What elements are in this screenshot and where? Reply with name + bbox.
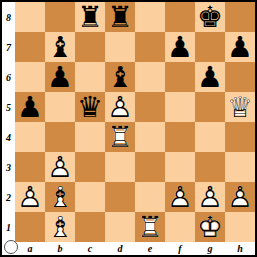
square-h7[interactable]: ♟ — [225, 32, 255, 62]
square-d6[interactable]: ♝ — [105, 62, 135, 92]
square-f8[interactable] — [165, 2, 195, 32]
square-f2[interactable]: ♟♙ — [165, 182, 195, 212]
black-bishop-piece: ♝ — [105, 62, 135, 92]
rank-label-6: 6 — [2, 62, 15, 92]
square-b5[interactable] — [45, 92, 75, 122]
file-label-f: f — [165, 242, 195, 255]
square-e3[interactable] — [135, 152, 165, 182]
file-label-e: e — [135, 242, 165, 255]
square-d2[interactable] — [105, 182, 135, 212]
square-a4[interactable] — [15, 122, 45, 152]
square-b7[interactable]: ♝ — [45, 32, 75, 62]
rank-label-2: 2 — [2, 182, 15, 212]
square-e1[interactable]: ♜♖ — [135, 212, 165, 242]
square-c1[interactable] — [75, 212, 105, 242]
black-pawn-piece: ♟ — [45, 62, 75, 92]
white-king-piece: ♚ — [195, 212, 225, 242]
white-bishop-piece: ♝ — [45, 212, 75, 242]
file-label-a: a — [15, 242, 45, 255]
square-c8[interactable]: ♜ — [75, 2, 105, 32]
square-b8[interactable] — [45, 2, 75, 32]
rank-label-3: 3 — [2, 152, 15, 182]
file-label-h: h — [225, 242, 255, 255]
black-pawn-piece: ♟ — [225, 32, 255, 62]
white-queen-piece: ♛ — [225, 92, 255, 122]
white-bishop-piece: ♝ — [45, 182, 75, 212]
file-label-d: d — [105, 242, 135, 255]
square-h4[interactable] — [225, 122, 255, 152]
square-f3[interactable] — [165, 152, 195, 182]
rank-labels: 87654321 — [2, 2, 15, 242]
square-g2[interactable]: ♟♙ — [195, 182, 225, 212]
square-e6[interactable] — [135, 62, 165, 92]
square-d4[interactable]: ♜♖ — [105, 122, 135, 152]
white-king-piece: ♔ — [195, 212, 225, 242]
square-h8[interactable] — [225, 2, 255, 32]
square-c2[interactable] — [75, 182, 105, 212]
square-c3[interactable] — [75, 152, 105, 182]
square-e4[interactable] — [135, 122, 165, 152]
rank-label-1: 1 — [2, 212, 15, 242]
square-f4[interactable] — [165, 122, 195, 152]
square-d1[interactable] — [105, 212, 135, 242]
square-f1[interactable] — [165, 212, 195, 242]
white-pawn-piece: ♙ — [105, 92, 135, 122]
white-pawn-piece: ♙ — [225, 182, 255, 212]
square-a7[interactable] — [15, 32, 45, 62]
black-rook-piece: ♜ — [75, 2, 105, 32]
square-a1[interactable] — [15, 212, 45, 242]
square-h3[interactable] — [225, 152, 255, 182]
rank-label-7: 7 — [2, 32, 15, 62]
square-f7[interactable]: ♟ — [165, 32, 195, 62]
square-b4[interactable] — [45, 122, 75, 152]
chess-board: ♜♜♚♝♟♟♟♝♟♟♛♟♙♛♕♜♖♟♙♟♙♝♗♟♙♟♙♟♙♝♗♜♖♚♔ — [15, 2, 255, 242]
square-b6[interactable]: ♟ — [45, 62, 75, 92]
white-pawn-piece: ♟ — [225, 182, 255, 212]
square-a5[interactable]: ♟ — [15, 92, 45, 122]
white-to-move-indicator — [4, 240, 18, 254]
square-g1[interactable]: ♚♔ — [195, 212, 225, 242]
white-pawn-piece: ♟ — [15, 182, 45, 212]
black-pawn-piece: ♟ — [15, 92, 45, 122]
square-c7[interactable] — [75, 32, 105, 62]
square-e7[interactable] — [135, 32, 165, 62]
square-g8[interactable]: ♚ — [195, 2, 225, 32]
square-d7[interactable] — [105, 32, 135, 62]
square-f5[interactable] — [165, 92, 195, 122]
black-bishop-piece: ♝ — [45, 32, 75, 62]
rank-label-5: 5 — [2, 92, 15, 122]
square-c6[interactable] — [75, 62, 105, 92]
square-a3[interactable] — [15, 152, 45, 182]
square-g7[interactable] — [195, 32, 225, 62]
white-pawn-piece: ♟ — [195, 182, 225, 212]
square-h2[interactable]: ♟♙ — [225, 182, 255, 212]
black-rook-piece: ♜ — [105, 2, 135, 32]
square-g5[interactable] — [195, 92, 225, 122]
white-pawn-piece: ♟ — [165, 182, 195, 212]
square-e2[interactable] — [135, 182, 165, 212]
white-rook-piece: ♖ — [135, 212, 165, 242]
square-c5[interactable]: ♛ — [75, 92, 105, 122]
square-g3[interactable] — [195, 152, 225, 182]
square-b1[interactable]: ♝♗ — [45, 212, 75, 242]
white-pawn-piece: ♙ — [15, 182, 45, 212]
rank-label-4: 4 — [2, 122, 15, 152]
file-label-b: b — [45, 242, 75, 255]
square-d8[interactable]: ♜ — [105, 2, 135, 32]
file-labels: abcdefgh — [15, 242, 255, 255]
white-rook-piece: ♜ — [135, 212, 165, 242]
white-pawn-piece: ♟ — [45, 152, 75, 182]
square-h1[interactable] — [225, 212, 255, 242]
white-rook-piece: ♖ — [105, 122, 135, 152]
white-queen-piece: ♕ — [225, 92, 255, 122]
white-rook-piece: ♜ — [105, 122, 135, 152]
square-f6[interactable] — [165, 62, 195, 92]
square-d3[interactable] — [105, 152, 135, 182]
white-pawn-piece: ♙ — [165, 182, 195, 212]
square-h6[interactable] — [225, 62, 255, 92]
file-label-g: g — [195, 242, 225, 255]
chess-diagram: 87654321 ♜♜♚♝♟♟♟♝♟♟♛♟♙♛♕♜♖♟♙♟♙♝♗♟♙♟♙♟♙♝♗… — [0, 0, 257, 257]
square-a2[interactable]: ♟♙ — [15, 182, 45, 212]
black-queen-piece: ♛ — [75, 92, 105, 122]
square-b3[interactable]: ♟♙ — [45, 152, 75, 182]
square-d5[interactable]: ♟♙ — [105, 92, 135, 122]
square-g4[interactable] — [195, 122, 225, 152]
square-b2[interactable]: ♝♗ — [45, 182, 75, 212]
square-a8[interactable] — [15, 2, 45, 32]
square-h5[interactable]: ♛♕ — [225, 92, 255, 122]
square-c4[interactable] — [75, 122, 105, 152]
square-e5[interactable] — [135, 92, 165, 122]
white-pawn-piece: ♙ — [45, 152, 75, 182]
white-bishop-piece: ♗ — [45, 182, 75, 212]
square-g6[interactable]: ♟ — [195, 62, 225, 92]
file-label-c: c — [75, 242, 105, 255]
black-king-piece: ♚ — [195, 2, 225, 32]
white-pawn-piece: ♙ — [195, 182, 225, 212]
square-e8[interactable] — [135, 2, 165, 32]
black-pawn-piece: ♟ — [195, 62, 225, 92]
white-bishop-piece: ♗ — [45, 212, 75, 242]
square-a6[interactable] — [15, 62, 45, 92]
white-pawn-piece: ♟ — [105, 92, 135, 122]
rank-label-8: 8 — [2, 2, 15, 32]
black-pawn-piece: ♟ — [165, 32, 195, 62]
